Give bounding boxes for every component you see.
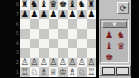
rank-label-5: 5	[13, 29, 20, 39]
piece-B: ♗	[40, 67, 48, 76]
piece-p: ♟	[78, 10, 86, 19]
square-b4[interactable]	[30, 39, 40, 49]
square-b1[interactable]: ♘	[30, 67, 40, 77]
square-a7[interactable]: ♟	[20, 10, 30, 20]
rank-label-6: 6	[13, 19, 20, 29]
rank-label-3: 3	[13, 48, 20, 58]
square-f7[interactable]: ♟	[68, 10, 78, 20]
piece-N: ♘	[30, 67, 38, 76]
square-g4[interactable]	[77, 39, 87, 49]
square-c2[interactable]: ♙	[39, 58, 49, 68]
square-f4[interactable]	[68, 39, 78, 49]
square-c3[interactable]	[39, 48, 49, 58]
rank-label-7: 7	[13, 10, 20, 20]
square-h4[interactable]	[87, 39, 97, 49]
panel-dropdown[interactable]: ▼	[102, 21, 127, 28]
square-d5[interactable]	[49, 29, 59, 39]
piece-p: ♟	[59, 10, 67, 19]
square-e2[interactable]: ♙	[58, 58, 68, 68]
square-a5[interactable]	[20, 29, 30, 39]
piece-panel: ▼ ♟♞♝♛♚	[100, 19, 129, 63]
square-g7[interactable]: ♟	[77, 10, 87, 20]
triangle-down-icon: ▼	[113, 22, 117, 27]
piece-Q: ♕	[49, 67, 57, 76]
piece-B: ♗	[68, 67, 76, 76]
piece-P: ♙	[49, 58, 57, 67]
rank-label-1: 1	[13, 67, 20, 77]
square-d7[interactable]: ♟	[49, 10, 59, 20]
piece-P: ♙	[59, 58, 67, 67]
square-g2[interactable]: ♙	[77, 58, 87, 68]
piece-P: ♙	[21, 58, 29, 67]
piece-R: ♖	[21, 67, 29, 76]
piece-p: ♟	[87, 10, 95, 19]
left-rectangle-icon	[102, 67, 115, 75]
piece-n: ♞	[78, 0, 86, 9]
piece-N: ♘	[78, 67, 86, 76]
piece-b: ♝	[68, 0, 76, 9]
square-a1[interactable]: ♖	[20, 67, 30, 77]
square-e7[interactable]: ♟	[58, 10, 68, 20]
square-b3[interactable]	[30, 48, 40, 58]
square-g5[interactable]	[77, 29, 87, 39]
square-d2[interactable]: ♙	[49, 58, 59, 68]
square-g8[interactable]: ♞	[77, 0, 87, 10]
chess-board[interactable]: ♜♞♝♛♚♝♞♜♟♟♟♟♟♟♟♟♙♙♙♙♙♙♙♙♖♘♗♕♔♗♘♖	[20, 0, 96, 77]
square-f1[interactable]: ♗	[68, 67, 78, 77]
palette-king[interactable]: ♚	[103, 52, 115, 63]
piece-P: ♙	[78, 58, 86, 67]
square-b5[interactable]	[30, 29, 40, 39]
piece-P: ♙	[68, 58, 76, 67]
palette-bishop[interactable]: ♝	[103, 41, 115, 52]
square-a4[interactable]	[20, 39, 30, 49]
palette-queen[interactable]: ♛	[115, 41, 127, 52]
piece-K: ♔	[59, 67, 67, 76]
square-b8[interactable]: ♞	[30, 0, 40, 10]
two-rectangles-button[interactable]	[99, 65, 131, 76]
piece-p: ♟	[30, 10, 38, 19]
piece-q: ♛	[49, 0, 57, 9]
square-a6[interactable]	[20, 19, 30, 29]
square-h3[interactable]	[87, 48, 97, 58]
square-b7[interactable]: ♟	[30, 10, 40, 20]
sidebar: ⟳ ▼ ♟♞♝♛♚	[99, 0, 131, 78]
piece-n: ♞	[30, 0, 38, 9]
square-h7[interactable]: ♟	[87, 10, 97, 20]
piece-p: ♟	[40, 10, 48, 19]
square-f6[interactable]	[68, 19, 78, 29]
chess-app: 87654321 ♜♞♝♛♚♝♞♜♟♟♟♟♟♟♟♟♙♙♙♙♙♙♙♙♖♘♗♕♔♗♘…	[0, 0, 139, 78]
square-g1[interactable]: ♘	[77, 67, 87, 77]
rank-labels: 87654321	[13, 0, 20, 77]
square-e5[interactable]	[58, 29, 68, 39]
square-e1[interactable]: ♔	[58, 67, 68, 77]
square-e8[interactable]: ♚	[58, 0, 68, 10]
palette-knight[interactable]: ♞	[115, 30, 127, 41]
square-h6[interactable]	[87, 19, 97, 29]
square-c4[interactable]	[39, 39, 49, 49]
restart-button[interactable]: ⟳	[117, 2, 129, 14]
square-d4[interactable]	[49, 39, 59, 49]
square-d1[interactable]: ♕	[49, 67, 59, 77]
square-c7[interactable]: ♟	[39, 10, 49, 20]
circular-arrow-icon: ⟳	[120, 4, 127, 13]
square-f5[interactable]	[68, 29, 78, 39]
square-d3[interactable]	[49, 48, 59, 58]
piece-P: ♙	[30, 58, 38, 67]
square-c5[interactable]	[39, 29, 49, 39]
square-a8[interactable]: ♜	[20, 0, 30, 10]
piece-palette: ♟♞♝♛♚	[103, 30, 127, 62]
square-h5[interactable]	[87, 29, 97, 39]
rank-label-8: 8	[13, 0, 20, 10]
square-d8[interactable]: ♛	[49, 0, 59, 10]
rank-label-4: 4	[13, 39, 20, 49]
square-c6[interactable]	[39, 19, 49, 29]
piece-p: ♟	[49, 10, 57, 19]
square-b6[interactable]	[30, 19, 40, 29]
piece-P: ♙	[40, 58, 48, 67]
piece-R: ♖	[87, 67, 95, 76]
square-h1[interactable]: ♖	[87, 67, 97, 77]
square-h8[interactable]: ♜	[87, 0, 97, 10]
piece-P: ♙	[87, 58, 95, 67]
square-f2[interactable]: ♙	[68, 58, 78, 68]
rank-label-2: 2	[13, 58, 20, 68]
square-d6[interactable]	[49, 19, 59, 29]
square-a3[interactable]	[20, 48, 30, 58]
palette-pawn[interactable]: ♟	[103, 30, 115, 41]
square-c1[interactable]: ♗	[39, 67, 49, 77]
piece-p: ♟	[68, 10, 76, 19]
square-c8[interactable]: ♝	[39, 0, 49, 10]
square-a2[interactable]: ♙	[20, 58, 30, 68]
square-g3[interactable]	[77, 48, 87, 58]
piece-b: ♝	[40, 0, 48, 9]
piece-p: ♟	[21, 10, 29, 19]
piece-r: ♜	[87, 0, 95, 9]
square-e3[interactable]	[58, 48, 68, 58]
square-f3[interactable]	[68, 48, 78, 58]
piece-r: ♜	[21, 0, 29, 9]
square-b2[interactable]: ♙	[30, 58, 40, 68]
square-e6[interactable]	[58, 19, 68, 29]
right-rectangle-icon	[116, 67, 129, 75]
piece-k: ♚	[59, 0, 67, 9]
square-e4[interactable]	[58, 39, 68, 49]
square-f8[interactable]: ♝	[68, 0, 78, 10]
square-g6[interactable]	[77, 19, 87, 29]
square-h2[interactable]: ♙	[87, 58, 97, 68]
